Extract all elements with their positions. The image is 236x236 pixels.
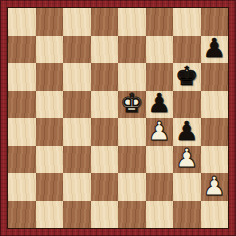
square-b7[interactable]: [36, 36, 64, 64]
square-g1[interactable]: [173, 201, 201, 229]
square-e3[interactable]: [118, 146, 146, 174]
square-h7[interactable]: ♟: [201, 36, 229, 64]
square-b4[interactable]: [36, 118, 64, 146]
black-king[interactable]: ♚: [175, 63, 198, 89]
square-a6[interactable]: [8, 63, 36, 91]
square-g3[interactable]: ♟: [173, 146, 201, 174]
square-g8[interactable]: [173, 8, 201, 36]
square-c7[interactable]: [63, 36, 91, 64]
square-f5[interactable]: ♟: [146, 91, 174, 119]
square-c1[interactable]: [63, 201, 91, 229]
square-c4[interactable]: [63, 118, 91, 146]
square-e5[interactable]: ♚: [118, 91, 146, 119]
square-f4[interactable]: ♟: [146, 118, 174, 146]
square-a3[interactable]: [8, 146, 36, 174]
square-c6[interactable]: [63, 63, 91, 91]
white-pawn[interactable]: ♟: [203, 173, 226, 199]
square-b8[interactable]: [36, 8, 64, 36]
square-d1[interactable]: [91, 201, 119, 229]
square-h8[interactable]: [201, 8, 229, 36]
square-e2[interactable]: [118, 173, 146, 201]
square-g2[interactable]: [173, 173, 201, 201]
square-h6[interactable]: [201, 63, 229, 91]
square-h2[interactable]: ♟: [201, 173, 229, 201]
square-f7[interactable]: [146, 36, 174, 64]
square-d6[interactable]: [91, 63, 119, 91]
square-g5[interactable]: [173, 91, 201, 119]
square-e8[interactable]: [118, 8, 146, 36]
board-frame: ♟♚♚♟♟♟♟♟: [0, 0, 236, 236]
square-c3[interactable]: [63, 146, 91, 174]
square-b3[interactable]: [36, 146, 64, 174]
square-f1[interactable]: [146, 201, 174, 229]
square-g7[interactable]: [173, 36, 201, 64]
square-h3[interactable]: [201, 146, 229, 174]
square-e4[interactable]: [118, 118, 146, 146]
square-f6[interactable]: [146, 63, 174, 91]
square-a7[interactable]: [8, 36, 36, 64]
square-f2[interactable]: [146, 173, 174, 201]
square-h1[interactable]: [201, 201, 229, 229]
square-b5[interactable]: [36, 91, 64, 119]
square-d3[interactable]: [91, 146, 119, 174]
square-e6[interactable]: [118, 63, 146, 91]
square-a4[interactable]: [8, 118, 36, 146]
square-b2[interactable]: [36, 173, 64, 201]
white-king[interactable]: ♚: [120, 91, 143, 117]
square-f3[interactable]: [146, 146, 174, 174]
square-d8[interactable]: [91, 8, 119, 36]
square-c8[interactable]: [63, 8, 91, 36]
square-h5[interactable]: [201, 91, 229, 119]
square-g4[interactable]: ♟: [173, 118, 201, 146]
square-g6[interactable]: ♚: [173, 63, 201, 91]
black-pawn[interactable]: ♟: [175, 118, 198, 144]
square-d5[interactable]: [91, 91, 119, 119]
chess-board: ♟♚♚♟♟♟♟♟: [7, 7, 229, 229]
square-e1[interactable]: [118, 201, 146, 229]
square-h4[interactable]: [201, 118, 229, 146]
square-a8[interactable]: [8, 8, 36, 36]
white-pawn[interactable]: ♟: [148, 118, 171, 144]
square-a5[interactable]: [8, 91, 36, 119]
square-c5[interactable]: [63, 91, 91, 119]
square-d2[interactable]: [91, 173, 119, 201]
white-pawn[interactable]: ♟: [175, 146, 198, 172]
square-f8[interactable]: [146, 8, 174, 36]
square-c2[interactable]: [63, 173, 91, 201]
square-b6[interactable]: [36, 63, 64, 91]
square-d7[interactable]: [91, 36, 119, 64]
square-a1[interactable]: [8, 201, 36, 229]
black-pawn[interactable]: ♟: [203, 36, 226, 62]
square-e7[interactable]: [118, 36, 146, 64]
square-d4[interactable]: [91, 118, 119, 146]
square-b1[interactable]: [36, 201, 64, 229]
square-a2[interactable]: [8, 173, 36, 201]
black-pawn[interactable]: ♟: [148, 91, 171, 117]
